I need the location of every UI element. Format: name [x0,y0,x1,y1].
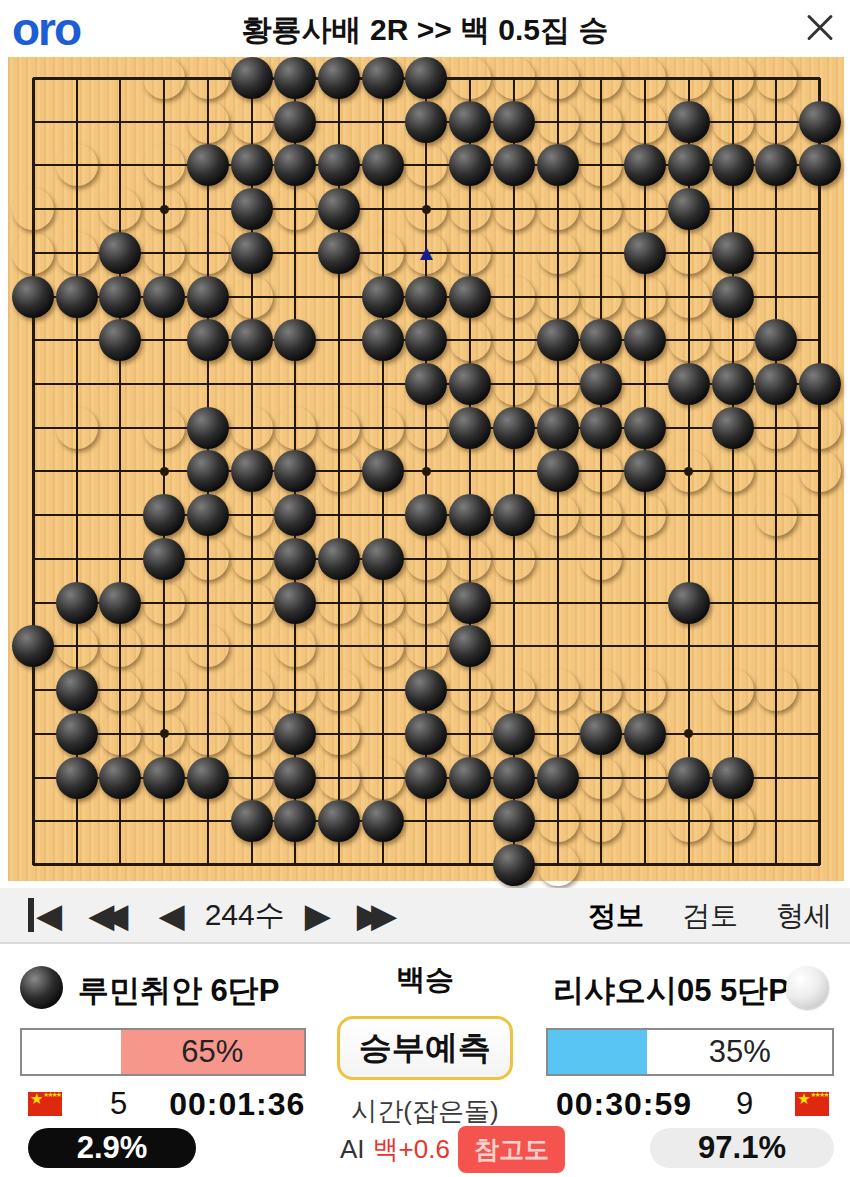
black-go-stone [362,144,404,186]
white-go-stone [231,276,273,318]
white-go-stone [624,188,666,230]
white-go-stone [362,582,404,624]
black-go-stone [274,144,316,186]
white-go-stone [12,188,54,230]
white-go-stone [318,669,360,711]
reference-diagram-button[interactable]: 참고도 [458,1126,565,1173]
white-go-stone [712,669,754,711]
white-capture-count: 9 [736,1086,753,1122]
black-go-stone [799,363,841,405]
black-go-stone [318,538,360,580]
black-go-stone [624,232,666,274]
white-go-stone [187,625,229,667]
white-go-stone [143,188,185,230]
black-go-stone [362,538,404,580]
white-go-stone [493,57,535,99]
white-go-stone [493,363,535,405]
black-go-stone [362,800,404,842]
white-go-stone [537,101,579,143]
tab-bar: 정보 검토 형세 [588,888,840,944]
black-go-stone [274,494,316,536]
move-counter: 244수 [205,895,285,936]
white-go-stone [537,57,579,99]
black-go-stone [712,144,754,186]
white-go-stone [231,713,273,755]
white-go-stone [712,57,754,99]
white-go-stone [799,450,841,492]
black-go-stone [187,494,229,536]
black-winrate-bar: 65% [20,1028,306,1076]
white-go-stone [405,407,447,449]
white-go-stone [449,538,491,580]
white-go-stone [537,363,579,405]
white-go-stone [143,144,185,186]
white-go-stone [537,188,579,230]
white-go-stone [449,669,491,711]
black-go-stone [318,57,360,99]
white-go-stone [143,582,185,624]
black-go-stone [56,669,98,711]
tab-estimate[interactable]: 형세 [776,897,832,935]
black-go-stone [99,582,141,624]
white-go-stone [580,669,622,711]
black-go-stone [318,144,360,186]
black-go-stone [799,144,841,186]
go-board[interactable]: ▲ [8,57,844,881]
black-score-pill: 2.9% [28,1128,196,1168]
white-go-stone [231,538,273,580]
black-go-stone [187,319,229,361]
white-go-stone [187,538,229,580]
white-go-stone [755,57,797,99]
black-go-stone [143,276,185,318]
black-player-name: 루민취안 6단P [78,970,280,1012]
white-go-stone [143,57,185,99]
white-go-stone [99,625,141,667]
white-go-stone [99,669,141,711]
black-go-stone [12,276,54,318]
white-go-stone [755,407,797,449]
black-go-stone [449,757,491,799]
black-clock: 00:01:36 [169,1086,305,1123]
black-go-stone [712,407,754,449]
black-go-stone [624,319,666,361]
predict-button[interactable]: 승부예측 [337,1016,513,1080]
black-go-stone [99,276,141,318]
black-go-stone [274,101,316,143]
black-go-stone [405,669,447,711]
black-go-stone [187,276,229,318]
black-go-stone [187,757,229,799]
white-go-stone [712,319,754,361]
black-go-stone [537,407,579,449]
white-go-stone [624,57,666,99]
white-go-stone [668,232,710,274]
star-point [422,467,431,476]
black-go-stone [56,757,98,799]
grid-line [33,863,820,866]
black-go-stone [274,319,316,361]
black-go-stone [231,57,273,99]
white-winrate-bar: 35% [546,1028,834,1076]
white-go-stone [580,538,622,580]
white-go-stone [143,713,185,755]
white-go-stone [318,407,360,449]
white-go-stone [56,625,98,667]
white-go-stone [580,276,622,318]
white-go-stone [580,188,622,230]
black-go-stone [668,188,710,230]
white-go-stone [405,188,447,230]
black-go-stone [274,800,316,842]
white-go-stone [624,757,666,799]
black-go-stone [231,450,273,492]
star-point [684,729,693,738]
white-go-stone [274,188,316,230]
black-go-stone [449,276,491,318]
black-go-stone [362,57,404,99]
black-go-stone [493,844,535,886]
black-go-stone [712,757,754,799]
ai-label: AI [340,1134,365,1165]
tab-review[interactable]: 검토 [682,897,738,935]
white-go-stone [274,407,316,449]
black-go-stone [712,232,754,274]
black-go-stone [624,407,666,449]
black-go-stone [187,144,229,186]
white-info-row: 00:30:59 9 ★★★★★ [556,1090,829,1118]
black-go-stone [274,57,316,99]
star-point [160,467,169,476]
white-score-pill: 97.1% [650,1128,834,1168]
black-go-stone [99,757,141,799]
white-winrate-label: 35% [647,1030,832,1074]
black-go-stone [449,101,491,143]
white-go-stone [187,101,229,143]
white-go-stone [143,232,185,274]
black-go-stone [668,101,710,143]
black-go-stone [362,319,404,361]
white-go-stone [799,407,841,449]
black-go-stone [668,363,710,405]
black-go-stone [405,101,447,143]
black-go-stone [493,144,535,186]
black-go-stone [580,363,622,405]
white-go-stone [12,232,54,274]
white-go-stone [231,582,273,624]
black-go-stone [449,494,491,536]
white-go-stone [668,276,710,318]
black-go-stone [405,57,447,99]
black-go-stone [56,713,98,755]
white-go-stone [231,407,273,449]
black-go-stone [99,319,141,361]
black-go-stone [318,800,360,842]
white-go-stone [755,669,797,711]
black-go-stone [580,713,622,755]
black-go-stone [537,450,579,492]
black-go-stone [624,450,666,492]
black-go-stone [449,363,491,405]
white-go-stone [537,494,579,536]
white-player-name: 리샤오시05 5단P [553,970,778,1012]
black-go-stone [405,494,447,536]
white-go-stone [362,407,404,449]
white-go-stone [362,625,404,667]
black-go-stone [405,713,447,755]
ai-row: AI 백+0.6 참고도 [340,1126,565,1173]
close-icon[interactable] [804,12,836,44]
black-go-stone [449,407,491,449]
white-go-stone [274,625,316,667]
black-go-stone [493,800,535,842]
fast-forward-button[interactable]: ▶▶ [357,898,397,932]
white-go-stone [712,101,754,143]
go-to-start-button[interactable]: ◀ [28,898,62,932]
white-go-stone [624,669,666,711]
white-go-stone [580,450,622,492]
black-go-stone [143,757,185,799]
white-go-stone [580,800,622,842]
white-go-stone [668,800,710,842]
white-go-stone [99,188,141,230]
time-caption: 시간(잡은돌) [330,1094,520,1129]
ai-score-value: 백+0.6 [373,1132,450,1167]
white-go-stone [362,757,404,799]
black-go-stone [187,450,229,492]
black-go-stone [755,144,797,186]
black-go-stone [231,800,273,842]
last-move-marker-icon: ▲ [416,242,438,264]
white-go-stone [231,494,273,536]
black-go-stone [318,188,360,230]
fast-back-button[interactable]: ◀◀ [88,898,128,932]
white-go-stone [493,319,535,361]
black-go-stone [580,407,622,449]
result-label: 백승 [330,960,520,1000]
black-go-stone [231,319,273,361]
black-go-stone [493,407,535,449]
black-go-stone [755,319,797,361]
black-go-stone [187,407,229,449]
white-go-stone [493,669,535,711]
white-go-stone [362,232,404,274]
black-go-stone [274,713,316,755]
black-go-stone [274,450,316,492]
back-button[interactable]: ◀ [158,898,184,932]
white-go-stone [231,101,273,143]
white-go-stone [274,669,316,711]
black-go-stone [449,625,491,667]
black-go-stone [274,538,316,580]
white-go-stone [405,625,447,667]
black-go-stone [537,319,579,361]
white-go-stone [537,232,579,274]
white-go-stone [405,538,447,580]
white-go-stone [405,582,447,624]
black-go-stone [449,582,491,624]
move-nav-bar: ◀ ◀◀ ◀ 244수 ▶ ▶▶ 정보 검토 형세 [0,888,850,944]
white-go-stone [624,494,666,536]
black-go-stone [274,582,316,624]
black-go-stone [405,319,447,361]
black-go-stone [668,757,710,799]
black-go-stone [143,494,185,536]
white-go-stone [493,188,535,230]
white-go-stone [318,450,360,492]
white-go-stone [143,669,185,711]
black-capture-count: 5 [110,1086,127,1122]
white-go-stone [755,494,797,536]
white-go-stone [187,57,229,99]
black-go-stone [231,188,273,230]
white-go-stone [537,713,579,755]
white-go-stone [187,713,229,755]
black-go-stone [712,363,754,405]
white-go-stone [537,844,579,886]
china-flag-icon: ★★★★★ [795,1092,829,1116]
white-go-stone [580,494,622,536]
black-info-row: ★★★★★ 5 00:01:36 [28,1090,305,1118]
white-stone-icon [786,966,829,1009]
white-go-stone [537,669,579,711]
white-winrate-fill [548,1030,647,1074]
black-go-stone [362,450,404,492]
black-go-stone [799,101,841,143]
black-go-stone [493,101,535,143]
black-go-stone [493,494,535,536]
tab-info[interactable]: 정보 [588,897,644,935]
black-stone-icon [20,966,63,1009]
black-go-stone [624,144,666,186]
white-go-stone [580,757,622,799]
white-go-stone [56,407,98,449]
black-go-stone [405,363,447,405]
black-go-stone [56,582,98,624]
white-go-stone [231,669,273,711]
white-go-stone [318,713,360,755]
header-bar: oro 황룡사배 2R >> 백 0.5집 승 [0,0,850,57]
white-go-stone [449,713,491,755]
white-go-stone [580,57,622,99]
black-winrate-label: 65% [121,1030,304,1074]
white-go-stone [318,582,360,624]
black-go-stone [231,232,273,274]
black-go-stone [99,232,141,274]
black-go-stone [668,144,710,186]
black-go-stone [712,276,754,318]
black-go-stone [143,538,185,580]
black-go-stone [624,713,666,755]
white-go-stone [56,144,98,186]
white-go-stone [449,57,491,99]
white-go-stone [580,101,622,143]
white-go-stone [668,57,710,99]
black-go-stone [362,276,404,318]
players-panel: 루민취안 6단P 65% ★★★★★ 5 00:01:36 2.9% 백승 승부… [0,946,850,1177]
white-go-stone [668,319,710,361]
black-go-stone [493,713,535,755]
black-go-stone [12,625,54,667]
white-go-stone [493,276,535,318]
white-go-stone [99,713,141,755]
forward-button[interactable]: ▶ [305,898,331,932]
white-go-stone [624,276,666,318]
black-go-stone [56,276,98,318]
grid-line [775,78,777,865]
black-go-stone [405,757,447,799]
window-title: 황룡사배 2R >> 백 0.5집 승 [0,10,850,51]
black-go-stone [580,319,622,361]
china-flag-icon: ★★★★★ [28,1092,62,1116]
black-go-stone [318,232,360,274]
white-go-stone [537,800,579,842]
white-go-stone [712,800,754,842]
black-go-stone [231,144,273,186]
white-go-stone [231,757,273,799]
black-go-stone [755,363,797,405]
white-go-stone: ▲ [405,232,447,274]
black-go-stone [449,144,491,186]
white-clock: 00:30:59 [556,1086,692,1123]
app-window: { "header": { "logo": "oro", "title": "황… [0,0,850,1177]
white-go-stone [187,232,229,274]
black-go-stone [537,144,579,186]
white-go-stone [755,101,797,143]
white-go-stone [712,450,754,492]
white-go-stone [668,450,710,492]
white-go-stone [318,757,360,799]
white-go-stone [537,276,579,318]
white-go-stone [143,407,185,449]
black-go-stone [537,757,579,799]
black-go-stone [668,582,710,624]
white-go-stone [405,144,447,186]
white-go-stone [449,188,491,230]
white-go-stone [449,232,491,274]
black-go-stone [274,757,316,799]
white-go-stone [580,144,622,186]
black-go-stone [493,757,535,799]
white-go-stone [493,538,535,580]
white-go-stone [624,101,666,143]
black-go-stone [405,276,447,318]
white-go-stone [56,232,98,274]
white-go-stone [449,319,491,361]
